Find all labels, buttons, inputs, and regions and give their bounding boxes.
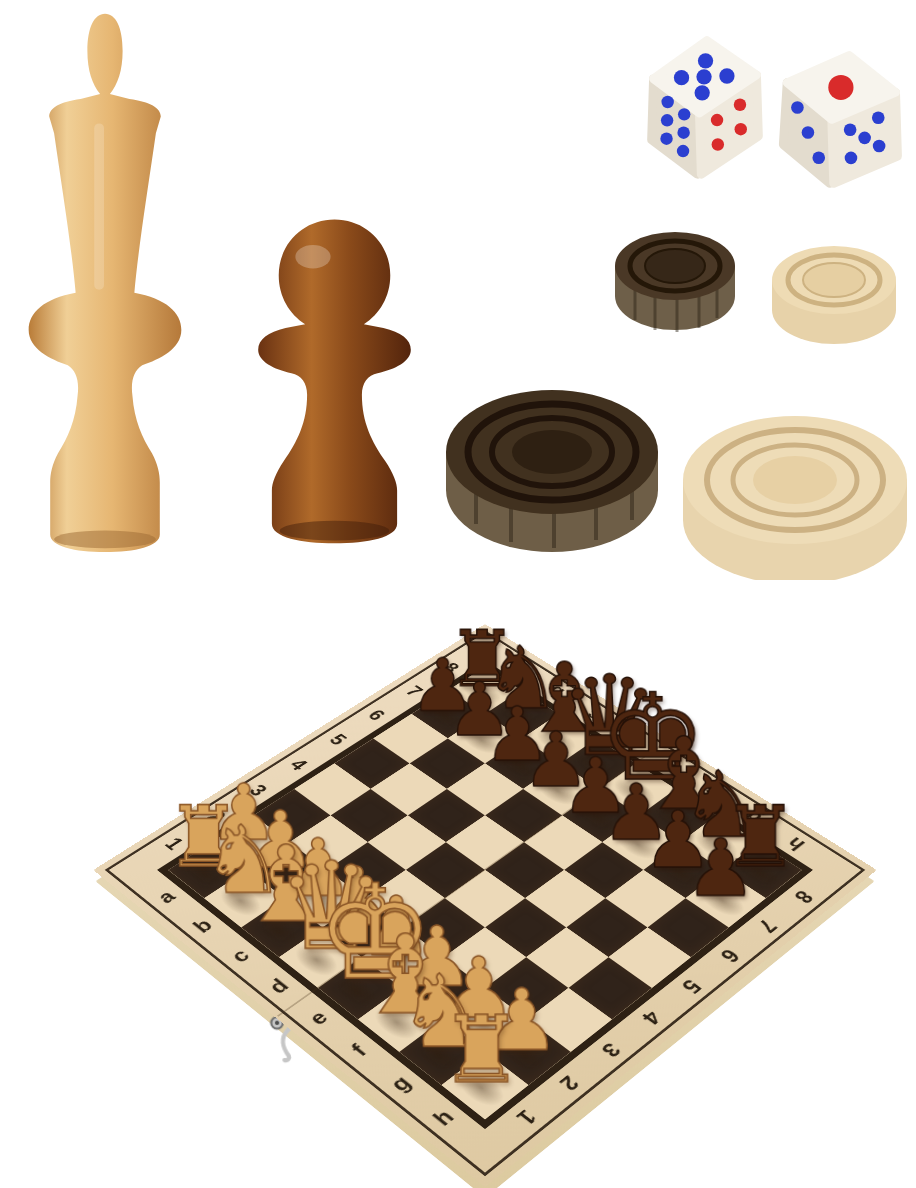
die-pip <box>802 126 815 139</box>
die-left <box>640 28 770 183</box>
die-right <box>770 40 905 195</box>
die-pip <box>661 114 673 126</box>
die-pip <box>711 114 723 126</box>
checker-small-dark <box>605 208 745 348</box>
die-pip <box>734 99 746 111</box>
die-pip <box>677 145 689 157</box>
piece-white-rook-h1: ♜ <box>440 1003 502 1096</box>
die-pip <box>660 132 672 144</box>
die-pip <box>696 69 711 84</box>
die-pip <box>677 127 689 139</box>
checker-large-dark <box>436 364 668 552</box>
die-pip <box>791 101 804 114</box>
die-pip <box>812 152 825 165</box>
die-pip <box>678 108 690 120</box>
die-pip <box>844 123 857 136</box>
die-pip <box>698 53 713 68</box>
die-pip <box>674 70 689 85</box>
die-pip <box>858 132 871 145</box>
checker-small-light <box>762 224 907 360</box>
die-pip <box>735 123 747 135</box>
piece-black-pawn-h7: ♟ <box>685 828 742 907</box>
board-surface: abcdefghabcdefgh1234567812345678♜♞♝♛♚♝♞♜… <box>93 624 876 1187</box>
die-pip <box>873 140 886 153</box>
large-white-king-piece <box>12 6 198 554</box>
die-pip <box>695 85 710 100</box>
die-pip <box>845 152 858 165</box>
large-black-pawn-piece <box>246 198 423 560</box>
die-pip <box>661 96 673 108</box>
die-pip <box>712 138 724 150</box>
die-pip <box>828 75 853 100</box>
chessboard: abcdefghabcdefgh1234567812345678♜♞♝♛♚♝♞♜… <box>208 593 762 1147</box>
die-pip <box>872 112 885 125</box>
checker-large-light <box>674 388 916 580</box>
die-pip <box>719 68 734 83</box>
product-photo: abcdefghabcdefgh1234567812345678♜♞♝♛♚♝♞♜… <box>0 0 916 1188</box>
